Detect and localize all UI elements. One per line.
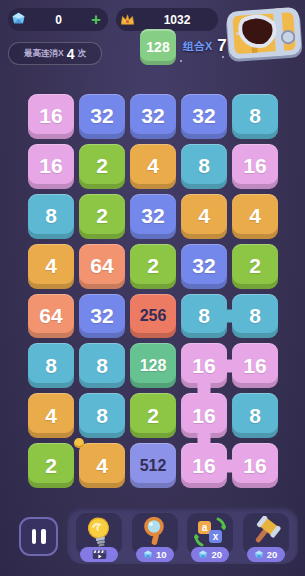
add-gems-button[interactable]: + [91, 11, 101, 28]
tile-r4c3[interactable]: 2 [130, 244, 176, 289]
pause-button[interactable] [19, 517, 58, 556]
combo-label: 组合X [183, 39, 212, 54]
cost-badge: 20 [191, 547, 229, 562]
tile-r6c1[interactable]: 8 [28, 343, 74, 388]
tile-r5c2[interactable]: 32 [79, 294, 125, 339]
magnifier-button[interactable]: 10 [132, 513, 178, 555]
gem-currency-pill: 0 + [8, 8, 108, 31]
tile-r8c2[interactable]: 4 [79, 443, 125, 488]
pause-icon [32, 529, 37, 544]
tile-link [198, 380, 211, 396]
sparkle-dot [222, 56, 224, 58]
game-screen: 0 + 1032 最高连消X 4 次 [0, 0, 305, 576]
tile-r1c1[interactable]: 16 [28, 94, 74, 139]
tile-r3c1[interactable]: 8 [28, 194, 74, 239]
tile-r7c1[interactable]: 4 [28, 393, 74, 438]
cost-badge: 20 [247, 547, 285, 562]
tile-r6c4[interactable]: 16 [181, 343, 227, 388]
cost-badge: 10 [136, 547, 174, 562]
watch-ad-badge [80, 547, 118, 562]
swap-tiles-button[interactable]: a x 20 [187, 513, 233, 555]
tile-link [219, 359, 235, 372]
tile-r8c3[interactable]: 512 [130, 443, 176, 488]
cost-value: 20 [211, 549, 222, 560]
tile-r2c2[interactable]: 2 [79, 144, 125, 189]
tile-r2c1[interactable]: 16 [28, 144, 74, 189]
tile-r7c2[interactable]: 8 [79, 393, 125, 438]
cost-value: 20 [267, 549, 278, 560]
coin-dot [74, 438, 84, 448]
video-clapper-icon [92, 549, 107, 560]
tile-r1c3[interactable]: 32 [130, 94, 176, 139]
tile-r7c5[interactable]: 8 [232, 393, 278, 438]
tile-r8c5[interactable]: 16 [232, 443, 278, 488]
cost-value: 10 [156, 549, 167, 560]
best-combo-label: 最高连消X [24, 48, 64, 60]
tile-r4c5[interactable]: 2 [232, 244, 278, 289]
tile-r1c5[interactable]: 8 [232, 94, 278, 139]
score-pill: 1032 [116, 8, 218, 31]
hint-bulb-button[interactable] [76, 513, 122, 555]
tile-link [219, 309, 235, 322]
gem-icon [11, 12, 26, 27]
score-value: 1032 [136, 13, 218, 27]
tile-r2c5[interactable]: 16 [232, 144, 278, 189]
tile-r3c3[interactable]: 32 [130, 194, 176, 239]
tile-r1c2[interactable]: 32 [79, 94, 125, 139]
tile-r1c4[interactable]: 32 [181, 94, 227, 139]
tile-r3c2[interactable]: 2 [79, 194, 125, 239]
gem-icon [198, 550, 208, 560]
board-grid: 1632323281624816823244464232264322568888… [28, 94, 278, 488]
sparkle-dot [236, 32, 239, 35]
tile-r8c4[interactable]: 16 [181, 443, 227, 488]
target-tile-128: 128 [140, 29, 176, 65]
tile-r5c5[interactable]: 8 [232, 294, 278, 339]
tile-r3c5[interactable]: 4 [232, 194, 278, 239]
tile-r2c4[interactable]: 8 [181, 144, 227, 189]
gem-count: 0 [26, 13, 91, 27]
sparkle-dot [180, 60, 182, 62]
treasure-chest-button[interactable] [225, 2, 303, 72]
best-combo-value: 4 [67, 46, 75, 62]
tile-r4c1[interactable]: 4 [28, 244, 74, 289]
tile-r3c4[interactable]: 4 [181, 194, 227, 239]
tile-link [219, 459, 235, 472]
gem-icon [254, 550, 264, 560]
tile-r7c3[interactable]: 2 [130, 393, 176, 438]
tile-r4c2[interactable]: 64 [79, 244, 125, 289]
best-combo-pill: 最高连消X 4 次 [8, 42, 102, 65]
tile-r2c3[interactable]: 4 [130, 144, 176, 189]
combo-value: 7 [217, 36, 226, 56]
svg-text:a: a [202, 522, 208, 533]
hammer-button[interactable]: 20 [243, 513, 289, 555]
tile-r5c4[interactable]: 8 [181, 294, 227, 339]
pause-icon [41, 529, 46, 544]
powerup-panel: 10 a x 20 [67, 507, 298, 564]
best-combo-suffix: 次 [77, 48, 86, 60]
gem-icon [143, 550, 153, 560]
tile-r8c1[interactable]: 2 [28, 443, 74, 488]
svg-text:x: x [213, 531, 219, 542]
combo-counter: 组合X 7 [183, 36, 227, 56]
tile-link [198, 430, 211, 446]
tile-r6c2[interactable]: 8 [79, 343, 125, 388]
tile-r5c3[interactable]: 256 [130, 294, 176, 339]
tile-r5c1[interactable]: 64 [28, 294, 74, 339]
tile-r6c3[interactable]: 128 [130, 343, 176, 388]
tile-r4c4[interactable]: 32 [181, 244, 227, 289]
crown-icon [119, 12, 136, 27]
tile-r6c5[interactable]: 16 [232, 343, 278, 388]
tile-r7c4[interactable]: 16 [181, 393, 227, 438]
